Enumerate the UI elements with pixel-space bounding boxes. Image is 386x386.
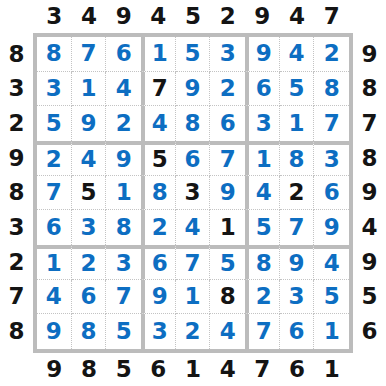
cell-r9c7[interactable]: 7 <box>245 314 280 349</box>
cell-r4c3[interactable]: 9 <box>106 141 141 176</box>
bottom-clues: 985614761 <box>37 353 349 386</box>
cell-r6c9[interactable]: 9 <box>314 210 349 245</box>
cell-r4c5[interactable]: 6 <box>176 141 211 176</box>
left-clue-7: 2 <box>0 245 33 280</box>
cell-r8c6[interactable]: 8 <box>210 280 245 315</box>
cell-r6c6[interactable]: 1 <box>210 210 245 245</box>
cell-r5c8[interactable]: 2 <box>280 176 315 211</box>
top-clue-2: 4 <box>72 0 107 33</box>
cell-r1c5[interactable]: 5 <box>176 37 211 72</box>
cell-r3c3[interactable]: 2 <box>106 106 141 141</box>
cell-r1c2[interactable]: 7 <box>72 37 107 72</box>
cell-r5c5[interactable]: 3 <box>176 176 211 211</box>
top-clue-7: 9 <box>245 0 280 33</box>
top-clue-6: 2 <box>210 0 245 33</box>
cell-r3c1[interactable]: 5 <box>37 106 72 141</box>
left-clues: 832983278 <box>0 37 33 349</box>
cell-r6c4[interactable]: 2 <box>141 210 176 245</box>
cell-r9c5[interactable]: 2 <box>176 314 211 349</box>
left-clue-8: 7 <box>0 280 33 315</box>
cell-r4c2[interactable]: 4 <box>72 141 107 176</box>
cell-r4c1[interactable]: 2 <box>37 141 72 176</box>
right-clue-1: 9 <box>353 37 386 72</box>
cell-r3c2[interactable]: 9 <box>72 106 107 141</box>
cell-r1c8[interactable]: 4 <box>280 37 315 72</box>
sudoku-puzzle: 349452947 832983278 987894956 985614761 … <box>0 0 386 386</box>
right-clue-4: 8 <box>353 141 386 176</box>
left-clue-9: 8 <box>0 314 33 349</box>
cell-r8c5[interactable]: 1 <box>176 280 211 315</box>
cell-r3c5[interactable]: 8 <box>176 106 211 141</box>
left-clue-2: 3 <box>0 72 33 107</box>
cell-r2c9[interactable]: 8 <box>314 72 349 107</box>
right-clue-6: 4 <box>353 210 386 245</box>
cell-r3c8[interactable]: 1 <box>280 106 315 141</box>
cell-r4c6[interactable]: 7 <box>210 141 245 176</box>
cell-r9c6[interactable]: 4 <box>210 314 245 349</box>
cell-r5c6[interactable]: 9 <box>210 176 245 211</box>
cell-r2c8[interactable]: 5 <box>280 72 315 107</box>
bottom-clue-2: 8 <box>72 353 107 386</box>
right-clue-2: 8 <box>353 72 386 107</box>
right-clue-9: 6 <box>353 314 386 349</box>
cell-r7c8[interactable]: 9 <box>280 245 315 280</box>
cell-r6c3[interactable]: 8 <box>106 210 141 245</box>
cell-r1c3[interactable]: 6 <box>106 37 141 72</box>
cell-r4c4[interactable]: 5 <box>141 141 176 176</box>
bottom-clue-3: 5 <box>106 353 141 386</box>
cell-r3c4[interactable]: 4 <box>141 106 176 141</box>
cell-r5c3[interactable]: 1 <box>106 176 141 211</box>
cell-r5c9[interactable]: 6 <box>314 176 349 211</box>
left-clue-6: 3 <box>0 210 33 245</box>
cell-r6c7[interactable]: 5 <box>245 210 280 245</box>
cell-r7c6[interactable]: 5 <box>210 245 245 280</box>
cell-r2c2[interactable]: 1 <box>72 72 107 107</box>
cell-r6c2[interactable]: 3 <box>72 210 107 245</box>
cell-r1c1[interactable]: 8 <box>37 37 72 72</box>
cell-r1c4[interactable]: 1 <box>141 37 176 72</box>
top-clue-1: 3 <box>37 0 72 33</box>
cell-r2c1[interactable]: 3 <box>37 72 72 107</box>
cell-r9c8[interactable]: 6 <box>280 314 315 349</box>
cell-r2c6[interactable]: 2 <box>210 72 245 107</box>
cell-r5c4[interactable]: 8 <box>141 176 176 211</box>
cell-r3c7[interactable]: 3 <box>245 106 280 141</box>
sudoku-grid: 8761539423147926585924863172495671837518… <box>33 33 353 353</box>
cell-r6c1[interactable]: 6 <box>37 210 72 245</box>
cell-r9c1[interactable]: 9 <box>37 314 72 349</box>
cell-r8c7[interactable]: 2 <box>245 280 280 315</box>
cell-r5c7[interactable]: 4 <box>245 176 280 211</box>
top-clues: 349452947 <box>37 0 349 33</box>
left-clue-3: 2 <box>0 106 33 141</box>
cell-r1c9[interactable]: 2 <box>314 37 349 72</box>
cell-r2c4[interactable]: 7 <box>141 72 176 107</box>
cell-r5c1[interactable]: 7 <box>37 176 72 211</box>
cell-r7c3[interactable]: 3 <box>106 245 141 280</box>
cell-r6c8[interactable]: 7 <box>280 210 315 245</box>
bottom-clue-1: 9 <box>37 353 72 386</box>
left-clue-5: 8 <box>0 176 33 211</box>
cell-r6c5[interactable]: 4 <box>176 210 211 245</box>
cell-r7c9[interactable]: 4 <box>314 245 349 280</box>
cell-r4c8[interactable]: 8 <box>280 141 315 176</box>
cell-r9c4[interactable]: 3 <box>141 314 176 349</box>
bottom-clue-9: 1 <box>314 353 349 386</box>
right-clues: 987894956 <box>353 37 386 349</box>
top-clue-5: 5 <box>176 0 211 33</box>
cell-r1c6[interactable]: 3 <box>210 37 245 72</box>
cell-r7c5[interactable]: 7 <box>176 245 211 280</box>
left-clue-1: 8 <box>0 37 33 72</box>
top-clue-4: 4 <box>141 0 176 33</box>
right-clue-5: 9 <box>353 176 386 211</box>
cell-r9c9[interactable]: 1 <box>314 314 349 349</box>
right-clue-3: 7 <box>353 106 386 141</box>
cell-r4c7[interactable]: 1 <box>245 141 280 176</box>
top-clue-8: 4 <box>280 0 315 33</box>
cell-r8c4[interactable]: 9 <box>141 280 176 315</box>
cell-r3c6[interactable]: 6 <box>210 106 245 141</box>
cell-r3c9[interactable]: 7 <box>314 106 349 141</box>
top-clue-9: 7 <box>314 0 349 33</box>
cell-r8c8[interactable]: 3 <box>280 280 315 315</box>
right-clue-8: 5 <box>353 280 386 315</box>
cell-r7c7[interactable]: 8 <box>245 245 280 280</box>
cell-r8c9[interactable]: 5 <box>314 280 349 315</box>
cell-r8c2[interactable]: 6 <box>72 280 107 315</box>
bottom-clue-5: 1 <box>176 353 211 386</box>
bottom-clue-6: 4 <box>210 353 245 386</box>
cell-r2c5[interactable]: 9 <box>176 72 211 107</box>
bottom-clue-4: 6 <box>141 353 176 386</box>
bottom-clue-8: 6 <box>280 353 315 386</box>
cell-r2c7[interactable]: 6 <box>245 72 280 107</box>
cell-r1c7[interactable]: 9 <box>245 37 280 72</box>
cell-r5c2[interactable]: 5 <box>72 176 107 211</box>
cell-r4c9[interactable]: 3 <box>314 141 349 176</box>
cell-r8c1[interactable]: 4 <box>37 280 72 315</box>
bottom-clue-7: 7 <box>245 353 280 386</box>
left-clue-4: 9 <box>0 141 33 176</box>
cell-r9c3[interactable]: 5 <box>106 314 141 349</box>
cell-r9c2[interactable]: 8 <box>72 314 107 349</box>
cell-r8c3[interactable]: 7 <box>106 280 141 315</box>
cell-r7c4[interactable]: 6 <box>141 245 176 280</box>
cell-r2c3[interactable]: 4 <box>106 72 141 107</box>
cell-r7c1[interactable]: 1 <box>37 245 72 280</box>
cell-r7c2[interactable]: 2 <box>72 245 107 280</box>
top-clue-3: 9 <box>106 0 141 33</box>
right-clue-7: 9 <box>353 245 386 280</box>
